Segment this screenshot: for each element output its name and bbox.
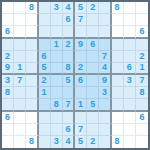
cell-r8c7[interactable]	[75, 87, 87, 99]
cell-r3c7[interactable]	[75, 26, 87, 38]
cell-r5c12[interactable]: 2	[136, 51, 148, 63]
cell-r9c7[interactable]: 1	[75, 99, 87, 111]
cell-r3c2[interactable]	[14, 26, 26, 38]
cell-r9c12[interactable]	[136, 99, 148, 111]
cell-r11c8[interactable]	[87, 124, 99, 136]
cell-r8c4[interactable]: 1	[39, 87, 51, 99]
cell-r5c8[interactable]	[87, 51, 99, 63]
cell-r8c9[interactable]: 3	[99, 87, 111, 99]
cell-r1c6[interactable]: 4	[63, 2, 75, 14]
cell-r10c5[interactable]	[51, 112, 63, 124]
cell-r10c6[interactable]	[63, 112, 75, 124]
cell-r7c10[interactable]	[112, 75, 124, 87]
cell-r11c12[interactable]	[136, 124, 148, 136]
cell-r6c11[interactable]: 6	[124, 63, 136, 75]
cell-r4c5[interactable]: 1	[51, 39, 63, 51]
cell-r5c5[interactable]	[51, 51, 63, 63]
cell-r1c1[interactable]	[2, 2, 14, 14]
cell-r9c11[interactable]	[124, 99, 136, 111]
cell-r4c12[interactable]	[136, 39, 148, 51]
cell-r7c5[interactable]	[51, 75, 63, 87]
cell-r3c4[interactable]	[39, 26, 51, 38]
cell-r5c2[interactable]	[14, 51, 26, 63]
cell-r4c9[interactable]	[99, 39, 111, 51]
cell-r3c1[interactable]: 6	[2, 26, 14, 38]
cell-r9c3[interactable]	[26, 99, 38, 111]
cell-r12c12[interactable]	[136, 136, 148, 148]
cell-r6c12[interactable]: 1	[136, 63, 148, 75]
cell-r11c3[interactable]	[26, 124, 38, 136]
cell-r4c8[interactable]: 6	[87, 39, 99, 51]
cell-r9c2[interactable]	[14, 99, 26, 111]
cell-r8c12[interactable]: 8	[136, 87, 148, 99]
cell-r1c10[interactable]: 8	[112, 2, 124, 14]
cell-r3c6[interactable]	[63, 26, 75, 38]
cell-r10c8[interactable]	[87, 112, 99, 124]
cell-r11c1[interactable]	[2, 124, 14, 136]
cell-r9c10[interactable]	[112, 99, 124, 111]
cell-r12c3[interactable]: 8	[26, 136, 38, 148]
cell-r7c12[interactable]: 7	[136, 75, 148, 87]
cell-r6c1[interactable]: 9	[2, 63, 14, 75]
cell-r1c11[interactable]	[124, 2, 136, 14]
cell-r12c1[interactable]	[2, 136, 14, 148]
cell-r5c6[interactable]	[63, 51, 75, 63]
cell-r12c8[interactable]: 2	[87, 136, 99, 148]
cell-r4c3[interactable]	[26, 39, 38, 51]
cell-r2c7[interactable]: 7	[75, 14, 87, 26]
cell-r12c11[interactable]	[124, 136, 136, 148]
cell-r10c10[interactable]	[112, 112, 124, 124]
cell-r8c8[interactable]	[87, 87, 99, 99]
cell-r2c6[interactable]: 6	[63, 14, 75, 26]
cell-r9c4[interactable]	[39, 99, 51, 111]
cell-r10c9[interactable]	[99, 112, 111, 124]
cell-r6c3[interactable]	[26, 63, 38, 75]
cell-r11c2[interactable]	[14, 124, 26, 136]
cell-r12c10[interactable]: 8	[112, 136, 124, 148]
cell-r7c6[interactable]: 5	[63, 75, 75, 87]
cell-r3c3[interactable]	[26, 26, 38, 38]
cell-r4c2[interactable]	[14, 39, 26, 51]
cell-r10c12[interactable]: 6	[136, 112, 148, 124]
cell-r7c7[interactable]: 6	[75, 75, 87, 87]
cell-r5c1[interactable]: 2	[2, 51, 14, 63]
cell-r2c3[interactable]	[26, 14, 38, 26]
cell-r12c7[interactable]: 5	[75, 136, 87, 148]
cell-r11c6[interactable]: 6	[63, 124, 75, 136]
cell-r11c5[interactable]	[51, 124, 63, 136]
cell-r11c10[interactable]	[112, 124, 124, 136]
cell-r8c2[interactable]	[14, 87, 26, 99]
cell-r4c6[interactable]: 2	[63, 39, 75, 51]
cell-r2c8[interactable]	[87, 14, 99, 26]
cell-r9c5[interactable]: 8	[51, 99, 63, 111]
sudoku-board: 8345286766129626729158246137256937813887…	[0, 0, 150, 150]
cell-r2c9[interactable]	[99, 14, 111, 26]
cell-r3c11[interactable]	[124, 26, 136, 38]
cell-r9c8[interactable]: 5	[87, 99, 99, 111]
cell-r5c3[interactable]	[26, 51, 38, 63]
cell-r4c4[interactable]	[39, 39, 51, 51]
cell-r2c5[interactable]	[51, 14, 63, 26]
cell-r12c9[interactable]	[99, 136, 111, 148]
cell-r5c10[interactable]	[112, 51, 124, 63]
cell-r4c10[interactable]	[112, 39, 124, 51]
cell-r4c1[interactable]	[2, 39, 14, 51]
cell-r11c11[interactable]	[124, 124, 136, 136]
cell-r2c12[interactable]	[136, 14, 148, 26]
cell-r8c3[interactable]	[26, 87, 38, 99]
cell-r6c8[interactable]	[87, 63, 99, 75]
cell-r1c3[interactable]: 8	[26, 2, 38, 14]
cell-r4c7[interactable]: 9	[75, 39, 87, 51]
cell-r12c2[interactable]	[14, 136, 26, 148]
cell-r2c10[interactable]	[112, 14, 124, 26]
cell-r7c2[interactable]: 7	[14, 75, 26, 87]
cell-r1c9[interactable]	[99, 2, 111, 14]
cell-r6c2[interactable]: 1	[14, 63, 26, 75]
cell-r6c5[interactable]	[51, 63, 63, 75]
cell-r2c4[interactable]	[39, 14, 51, 26]
cell-r9c9[interactable]	[99, 99, 111, 111]
cell-r10c11[interactable]	[124, 112, 136, 124]
cell-r8c6[interactable]	[63, 87, 75, 99]
cell-r3c8[interactable]	[87, 26, 99, 38]
cell-r7c4[interactable]: 2	[39, 75, 51, 87]
cell-r8c10[interactable]	[112, 87, 124, 99]
cell-r1c5[interactable]: 3	[51, 2, 63, 14]
cell-r5c7[interactable]	[75, 51, 87, 63]
cell-r10c3[interactable]	[26, 112, 38, 124]
cell-r11c9[interactable]	[99, 124, 111, 136]
cell-r8c11[interactable]	[124, 87, 136, 99]
cell-r6c9[interactable]: 4	[99, 63, 111, 75]
cell-r9c6[interactable]: 7	[63, 99, 75, 111]
cell-r7c9[interactable]: 9	[99, 75, 111, 87]
cell-r9c1[interactable]	[2, 99, 14, 111]
cell-r6c4[interactable]: 5	[39, 63, 51, 75]
cell-r7c11[interactable]: 3	[124, 75, 136, 87]
cell-r5c4[interactable]: 6	[39, 51, 51, 63]
cell-r10c4[interactable]	[39, 112, 51, 124]
cell-r1c7[interactable]: 5	[75, 2, 87, 14]
cell-r7c1[interactable]: 3	[2, 75, 14, 87]
cell-r4c11[interactable]	[124, 39, 136, 51]
cell-r3c9[interactable]	[99, 26, 111, 38]
cell-r8c5[interactable]	[51, 87, 63, 99]
cell-r11c7[interactable]: 7	[75, 124, 87, 136]
cell-r10c1[interactable]: 6	[2, 112, 14, 124]
cell-r10c7[interactable]	[75, 112, 87, 124]
cell-r1c2[interactable]	[14, 2, 26, 14]
cell-r10c2[interactable]	[14, 112, 26, 124]
cell-r8c1[interactable]: 8	[2, 87, 14, 99]
cell-r5c9[interactable]: 7	[99, 51, 111, 63]
cell-r7c3[interactable]	[26, 75, 38, 87]
cell-r6c7[interactable]: 2	[75, 63, 87, 75]
cell-r1c8[interactable]: 2	[87, 2, 99, 14]
cell-r12c5[interactable]: 3	[51, 136, 63, 148]
cell-r6c6[interactable]: 8	[63, 63, 75, 75]
cell-r7c8[interactable]	[87, 75, 99, 87]
cell-r3c10[interactable]	[112, 26, 124, 38]
cell-r3c5[interactable]	[51, 26, 63, 38]
cell-r2c2[interactable]	[14, 14, 26, 26]
cell-r12c4[interactable]	[39, 136, 51, 148]
cell-r3c12[interactable]: 6	[136, 26, 148, 38]
cell-r1c4[interactable]	[39, 2, 51, 14]
cell-r2c1[interactable]	[2, 14, 14, 26]
cell-r1c12[interactable]	[136, 2, 148, 14]
cell-r5c11[interactable]	[124, 51, 136, 63]
cell-r2c11[interactable]	[124, 14, 136, 26]
cell-r11c4[interactable]	[39, 124, 51, 136]
cell-r6c10[interactable]	[112, 63, 124, 75]
cell-r12c6[interactable]: 4	[63, 136, 75, 148]
